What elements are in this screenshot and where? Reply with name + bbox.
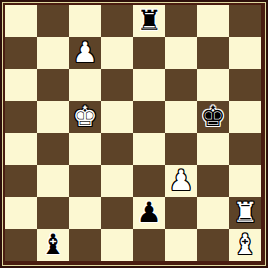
square-g6[interactable] bbox=[197, 69, 229, 101]
square-e6[interactable] bbox=[133, 69, 165, 101]
square-f7[interactable] bbox=[165, 37, 197, 69]
square-d7[interactable] bbox=[101, 37, 133, 69]
square-d5[interactable] bbox=[101, 101, 133, 133]
square-b8[interactable] bbox=[37, 5, 69, 37]
square-b1[interactable]: ♝ bbox=[37, 229, 69, 261]
square-b6[interactable] bbox=[37, 69, 69, 101]
square-d4[interactable] bbox=[101, 133, 133, 165]
black-rook[interactable]: ♜ bbox=[136, 5, 161, 37]
square-b3[interactable] bbox=[37, 165, 69, 197]
chess-board: ♜♟♚♚♟♟♜♝♝ bbox=[5, 5, 261, 261]
square-e3[interactable] bbox=[133, 165, 165, 197]
square-e2[interactable]: ♟ bbox=[133, 197, 165, 229]
white-pawn[interactable]: ♟ bbox=[168, 165, 193, 197]
square-b4[interactable] bbox=[37, 133, 69, 165]
square-h1[interactable]: ♝ bbox=[229, 229, 261, 261]
square-g5[interactable]: ♚ bbox=[197, 101, 229, 133]
square-d3[interactable] bbox=[101, 165, 133, 197]
square-e8[interactable]: ♜ bbox=[133, 5, 165, 37]
square-g8[interactable] bbox=[197, 5, 229, 37]
square-h3[interactable] bbox=[229, 165, 261, 197]
square-g3[interactable] bbox=[197, 165, 229, 197]
square-d8[interactable] bbox=[101, 5, 133, 37]
square-b5[interactable] bbox=[37, 101, 69, 133]
black-bishop[interactable]: ♝ bbox=[40, 229, 65, 261]
square-d6[interactable] bbox=[101, 69, 133, 101]
square-f1[interactable] bbox=[165, 229, 197, 261]
square-b7[interactable] bbox=[37, 37, 69, 69]
square-a8[interactable] bbox=[5, 5, 37, 37]
white-bishop[interactable]: ♝ bbox=[232, 229, 257, 261]
square-f6[interactable] bbox=[165, 69, 197, 101]
square-h7[interactable] bbox=[229, 37, 261, 69]
square-a1[interactable] bbox=[5, 229, 37, 261]
white-king[interactable]: ♚ bbox=[72, 101, 97, 133]
square-g1[interactable] bbox=[197, 229, 229, 261]
square-c2[interactable] bbox=[69, 197, 101, 229]
white-pawn[interactable]: ♟ bbox=[72, 37, 97, 69]
square-e4[interactable] bbox=[133, 133, 165, 165]
white-rook[interactable]: ♜ bbox=[232, 197, 257, 229]
square-a7[interactable] bbox=[5, 37, 37, 69]
chess-board-border: ♜♟♚♚♟♟♜♝♝ bbox=[2, 2, 266, 266]
square-g7[interactable] bbox=[197, 37, 229, 69]
square-f5[interactable] bbox=[165, 101, 197, 133]
square-h5[interactable] bbox=[229, 101, 261, 133]
square-c5[interactable]: ♚ bbox=[69, 101, 101, 133]
square-g4[interactable] bbox=[197, 133, 229, 165]
square-c6[interactable] bbox=[69, 69, 101, 101]
square-f3[interactable]: ♟ bbox=[165, 165, 197, 197]
square-a6[interactable] bbox=[5, 69, 37, 101]
square-c7[interactable]: ♟ bbox=[69, 37, 101, 69]
square-b2[interactable] bbox=[37, 197, 69, 229]
square-g2[interactable] bbox=[197, 197, 229, 229]
square-a2[interactable] bbox=[5, 197, 37, 229]
square-c1[interactable] bbox=[69, 229, 101, 261]
square-c3[interactable] bbox=[69, 165, 101, 197]
square-e7[interactable] bbox=[133, 37, 165, 69]
square-e1[interactable] bbox=[133, 229, 165, 261]
square-d1[interactable] bbox=[101, 229, 133, 261]
square-f4[interactable] bbox=[165, 133, 197, 165]
square-c4[interactable] bbox=[69, 133, 101, 165]
square-a3[interactable] bbox=[5, 165, 37, 197]
square-h6[interactable] bbox=[229, 69, 261, 101]
square-d2[interactable] bbox=[101, 197, 133, 229]
square-e5[interactable] bbox=[133, 101, 165, 133]
black-pawn[interactable]: ♟ bbox=[136, 197, 161, 229]
square-a5[interactable] bbox=[5, 101, 37, 133]
black-king[interactable]: ♚ bbox=[200, 101, 225, 133]
square-f8[interactable] bbox=[165, 5, 197, 37]
square-h4[interactable] bbox=[229, 133, 261, 165]
square-c8[interactable] bbox=[69, 5, 101, 37]
square-a4[interactable] bbox=[5, 133, 37, 165]
square-h8[interactable] bbox=[229, 5, 261, 37]
square-f2[interactable] bbox=[165, 197, 197, 229]
chess-board-frame: ♜♟♚♚♟♟♜♝♝ bbox=[0, 0, 268, 268]
square-h2[interactable]: ♜ bbox=[229, 197, 261, 229]
